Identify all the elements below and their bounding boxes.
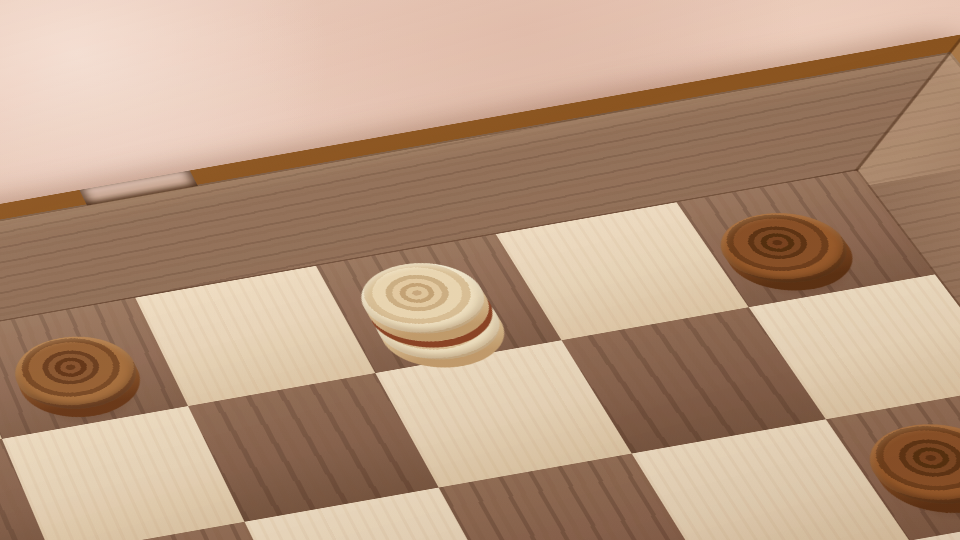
photo-stage: [0, 0, 960, 540]
checkers-board: [0, 34, 960, 540]
